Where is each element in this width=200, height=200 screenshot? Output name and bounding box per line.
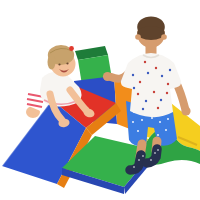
product-photo <box>0 0 200 200</box>
boy-hair-back <box>137 26 165 40</box>
girl-hair-clip <box>69 46 74 51</box>
girl-left-eye <box>58 63 60 65</box>
boy-left-ear <box>135 34 141 40</box>
play-scene <box>0 0 200 200</box>
boy-right-hand <box>181 106 190 115</box>
boy-right-ear <box>161 34 167 40</box>
girl-right-eye <box>66 62 68 64</box>
boy-left-hand <box>103 72 112 81</box>
girl-hair-side-lock <box>48 55 56 70</box>
